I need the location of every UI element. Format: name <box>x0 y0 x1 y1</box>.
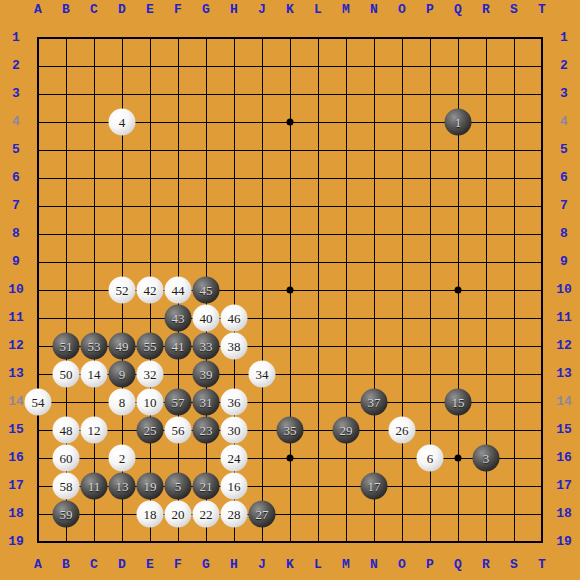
col-label-bottom-A: A <box>24 555 52 575</box>
stone-white-28[interactable]: 28 <box>221 501 248 528</box>
stone-white-14[interactable]: 14 <box>81 361 108 388</box>
col-label-top-T: T <box>528 0 556 20</box>
stone-black-39[interactable]: 39 <box>193 361 220 388</box>
stone-number: 51 <box>60 338 73 354</box>
row-label-right-8: 8 <box>550 224 578 244</box>
star-point-K16 <box>287 455 294 462</box>
stone-white-38[interactable]: 38 <box>221 333 248 360</box>
stone-white-40[interactable]: 40 <box>193 305 220 332</box>
stone-number: 1 <box>455 114 462 130</box>
stone-number: 34 <box>256 366 269 382</box>
star-point-Q16 <box>455 455 462 462</box>
stone-black-33[interactable]: 33 <box>193 333 220 360</box>
col-label-bottom-F: F <box>164 555 192 575</box>
col-label-top-H: H <box>220 0 248 20</box>
stone-number: 22 <box>200 506 213 522</box>
stone-number: 15 <box>452 394 465 410</box>
stone-white-56[interactable]: 56 <box>165 417 192 444</box>
stone-black-27[interactable]: 27 <box>249 501 276 528</box>
stone-number: 44 <box>172 282 185 298</box>
stone-white-30[interactable]: 30 <box>221 417 248 444</box>
grid-line-horizontal <box>38 514 542 515</box>
row-label-right-16: 16 <box>550 448 578 468</box>
row-label-right-2: 2 <box>550 56 578 76</box>
stone-number: 17 <box>368 478 381 494</box>
stone-number: 20 <box>172 506 185 522</box>
col-label-bottom-K: K <box>276 555 304 575</box>
stone-number: 36 <box>228 394 241 410</box>
stone-black-35[interactable]: 35 <box>277 417 304 444</box>
row-label-left-9: 9 <box>2 252 30 272</box>
row-label-left-8: 8 <box>2 224 30 244</box>
col-label-top-K: K <box>276 0 304 20</box>
star-point-K10 <box>287 287 294 294</box>
stone-black-55[interactable]: 55 <box>137 333 164 360</box>
stone-black-13[interactable]: 13 <box>109 473 136 500</box>
col-label-top-F: F <box>164 0 192 20</box>
stone-white-32[interactable]: 32 <box>137 361 164 388</box>
stone-number: 2 <box>119 450 126 466</box>
star-point-K4 <box>287 119 294 126</box>
stone-black-57[interactable]: 57 <box>165 389 192 416</box>
stone-number: 45 <box>200 282 213 298</box>
row-label-left-19: 19 <box>2 532 30 552</box>
stone-number: 55 <box>144 338 157 354</box>
stone-white-58[interactable]: 58 <box>53 473 80 500</box>
stone-number: 33 <box>200 338 213 354</box>
stone-black-29[interactable]: 29 <box>333 417 360 444</box>
stone-black-37[interactable]: 37 <box>361 389 388 416</box>
stone-white-50[interactable]: 50 <box>53 361 80 388</box>
stone-number: 29 <box>340 422 353 438</box>
stone-black-21[interactable]: 21 <box>193 473 220 500</box>
stone-white-44[interactable]: 44 <box>165 277 192 304</box>
stone-number: 5 <box>175 478 182 494</box>
stone-number: 38 <box>228 338 241 354</box>
row-label-left-7: 7 <box>2 196 30 216</box>
col-label-top-O: O <box>388 0 416 20</box>
row-label-right-14: 14 <box>550 392 578 412</box>
stone-number: 26 <box>396 422 409 438</box>
stone-black-51[interactable]: 51 <box>53 333 80 360</box>
stone-black-43[interactable]: 43 <box>165 305 192 332</box>
stone-white-18[interactable]: 18 <box>137 501 164 528</box>
col-label-bottom-C: C <box>80 555 108 575</box>
stone-number: 30 <box>228 422 241 438</box>
stone-white-10[interactable]: 10 <box>137 389 164 416</box>
stone-number: 53 <box>88 338 101 354</box>
stone-number: 42 <box>144 282 157 298</box>
row-label-right-10: 10 <box>550 280 578 300</box>
row-label-right-9: 9 <box>550 252 578 272</box>
stone-white-52[interactable]: 52 <box>109 277 136 304</box>
stone-number: 41 <box>172 338 185 354</box>
row-label-left-16: 16 <box>2 448 30 468</box>
stone-number: 60 <box>60 450 73 466</box>
stone-white-54[interactable]: 54 <box>25 389 52 416</box>
row-label-right-1: 1 <box>550 28 578 48</box>
stone-black-9[interactable]: 9 <box>109 361 136 388</box>
col-label-bottom-O: O <box>388 555 416 575</box>
row-label-left-4: 4 <box>2 112 30 132</box>
stone-number: 32 <box>144 366 157 382</box>
stone-black-59[interactable]: 59 <box>53 501 80 528</box>
stone-number: 43 <box>172 310 185 326</box>
stone-number: 28 <box>228 506 241 522</box>
stone-number: 49 <box>116 338 129 354</box>
col-label-bottom-G: G <box>192 555 220 575</box>
col-label-bottom-Q: Q <box>444 555 472 575</box>
stone-black-53[interactable]: 53 <box>81 333 108 360</box>
stone-black-45[interactable]: 45 <box>193 277 220 304</box>
stone-number: 6 <box>427 450 434 466</box>
grid-line-horizontal <box>38 318 542 319</box>
col-label-top-L: L <box>304 0 332 20</box>
stone-number: 50 <box>60 366 73 382</box>
stone-number: 8 <box>119 394 126 410</box>
grid-line-vertical <box>318 38 319 542</box>
stone-number: 59 <box>60 506 73 522</box>
stone-number: 16 <box>228 478 241 494</box>
col-label-bottom-L: L <box>304 555 332 575</box>
stone-white-8[interactable]: 8 <box>109 389 136 416</box>
col-label-top-A: A <box>24 0 52 20</box>
row-label-right-5: 5 <box>550 140 578 160</box>
col-label-top-N: N <box>360 0 388 20</box>
row-label-left-3: 3 <box>2 84 30 104</box>
stone-number: 4 <box>119 114 126 130</box>
row-label-right-12: 12 <box>550 336 578 356</box>
col-label-bottom-T: T <box>528 555 556 575</box>
stone-number: 46 <box>228 310 241 326</box>
row-label-right-6: 6 <box>550 168 578 188</box>
stone-number: 58 <box>60 478 73 494</box>
stone-black-17[interactable]: 17 <box>361 473 388 500</box>
row-label-right-7: 7 <box>550 196 578 216</box>
col-label-top-C: C <box>80 0 108 20</box>
col-label-top-B: B <box>52 0 80 20</box>
col-label-top-Q: Q <box>444 0 472 20</box>
row-label-left-11: 11 <box>2 308 30 328</box>
star-point-Q10 <box>455 287 462 294</box>
col-label-bottom-D: D <box>108 555 136 575</box>
stone-black-23[interactable]: 23 <box>193 417 220 444</box>
stone-number: 48 <box>60 422 73 438</box>
row-label-left-6: 6 <box>2 168 30 188</box>
row-label-left-15: 15 <box>2 420 30 440</box>
stone-black-31[interactable]: 31 <box>193 389 220 416</box>
stone-white-46[interactable]: 46 <box>221 305 248 332</box>
row-label-left-13: 13 <box>2 364 30 384</box>
stone-white-16[interactable]: 16 <box>221 473 248 500</box>
row-label-left-10: 10 <box>2 280 30 300</box>
stone-number: 54 <box>32 394 45 410</box>
stone-white-26[interactable]: 26 <box>389 417 416 444</box>
col-label-top-P: P <box>416 0 444 20</box>
stone-number: 40 <box>200 310 213 326</box>
stone-black-25[interactable]: 25 <box>137 417 164 444</box>
stone-number: 24 <box>228 450 241 466</box>
stone-white-6[interactable]: 6 <box>417 445 444 472</box>
row-label-left-5: 5 <box>2 140 30 160</box>
col-label-bottom-S: S <box>500 555 528 575</box>
stone-number: 25 <box>144 422 157 438</box>
grid-line-vertical <box>402 38 403 542</box>
stone-white-42[interactable]: 42 <box>137 277 164 304</box>
stone-number: 21 <box>200 478 213 494</box>
stone-number: 11 <box>88 478 101 494</box>
stone-black-5[interactable]: 5 <box>165 473 192 500</box>
go-board-app: ABCDEFGHJKLMNOPQRST ABCDEFGHJKLMNOPQRST … <box>0 0 580 580</box>
stone-white-4[interactable]: 4 <box>109 109 136 136</box>
stone-number: 35 <box>284 422 297 438</box>
stone-white-36[interactable]: 36 <box>221 389 248 416</box>
col-label-top-S: S <box>500 0 528 20</box>
stone-black-3[interactable]: 3 <box>473 445 500 472</box>
stone-number: 19 <box>144 478 157 494</box>
stone-number: 10 <box>144 394 157 410</box>
row-label-left-1: 1 <box>2 28 30 48</box>
stone-white-20[interactable]: 20 <box>165 501 192 528</box>
col-label-bottom-M: M <box>332 555 360 575</box>
row-label-right-17: 17 <box>550 476 578 496</box>
row-label-right-4: 4 <box>550 112 578 132</box>
stone-number: 52 <box>116 282 129 298</box>
stone-number: 12 <box>88 422 101 438</box>
stone-number: 37 <box>368 394 381 410</box>
col-label-top-D: D <box>108 0 136 20</box>
col-label-bottom-N: N <box>360 555 388 575</box>
col-label-top-R: R <box>472 0 500 20</box>
stone-number: 14 <box>88 366 101 382</box>
stone-black-19[interactable]: 19 <box>137 473 164 500</box>
row-label-left-17: 17 <box>2 476 30 496</box>
row-label-right-15: 15 <box>550 420 578 440</box>
col-label-bottom-B: B <box>52 555 80 575</box>
row-label-left-18: 18 <box>2 504 30 524</box>
row-label-left-2: 2 <box>2 56 30 76</box>
col-label-top-G: G <box>192 0 220 20</box>
stone-black-41[interactable]: 41 <box>165 333 192 360</box>
grid-line-vertical <box>514 38 515 542</box>
stone-black-49[interactable]: 49 <box>109 333 136 360</box>
stone-number: 56 <box>172 422 185 438</box>
col-label-top-M: M <box>332 0 360 20</box>
col-label-bottom-P: P <box>416 555 444 575</box>
stone-number: 18 <box>144 506 157 522</box>
grid-line-vertical <box>374 38 375 542</box>
stone-number: 9 <box>119 366 126 382</box>
row-label-left-12: 12 <box>2 336 30 356</box>
stone-white-12[interactable]: 12 <box>81 417 108 444</box>
stone-number: 13 <box>116 478 129 494</box>
stone-number: 57 <box>172 394 185 410</box>
col-label-bottom-E: E <box>136 555 164 575</box>
col-label-bottom-H: H <box>220 555 248 575</box>
stone-white-34[interactable]: 34 <box>249 361 276 388</box>
col-label-bottom-J: J <box>248 555 276 575</box>
stone-white-24[interactable]: 24 <box>221 445 248 472</box>
stone-number: 3 <box>483 450 490 466</box>
grid-line-vertical <box>346 38 347 542</box>
col-label-bottom-R: R <box>472 555 500 575</box>
row-label-right-18: 18 <box>550 504 578 524</box>
row-label-right-11: 11 <box>550 308 578 328</box>
stone-white-60[interactable]: 60 <box>53 445 80 472</box>
col-label-top-E: E <box>136 0 164 20</box>
row-label-right-13: 13 <box>550 364 578 384</box>
stone-black-1[interactable]: 1 <box>445 109 472 136</box>
stone-number: 31 <box>200 394 213 410</box>
stone-black-11[interactable]: 11 <box>81 473 108 500</box>
stone-number: 27 <box>256 506 269 522</box>
row-label-right-3: 3 <box>550 84 578 104</box>
stone-black-15[interactable]: 15 <box>445 389 472 416</box>
stone-white-2[interactable]: 2 <box>109 445 136 472</box>
row-label-right-19: 19 <box>550 532 578 552</box>
stone-number: 23 <box>200 422 213 438</box>
stone-number: 39 <box>200 366 213 382</box>
col-label-top-J: J <box>248 0 276 20</box>
stone-white-22[interactable]: 22 <box>193 501 220 528</box>
stone-white-48[interactable]: 48 <box>53 417 80 444</box>
